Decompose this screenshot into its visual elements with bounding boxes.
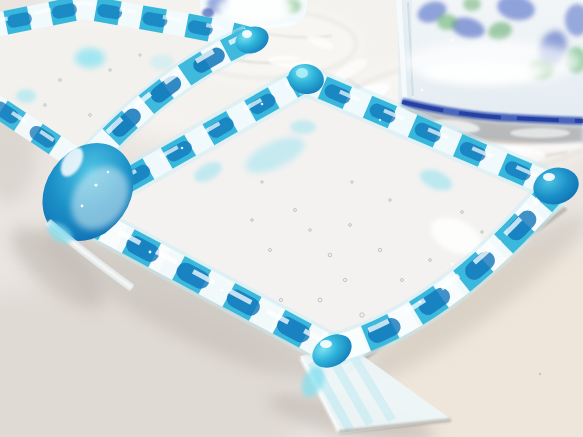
sparkle: [81, 205, 84, 208]
sparkle: [107, 171, 110, 174]
sparkle: [505, 69, 508, 72]
photo-canvas: [0, 0, 583, 437]
bottom-corner-glint: [320, 340, 332, 348]
top-corner-glint: [296, 68, 308, 78]
right-corner-glint: [543, 173, 555, 181]
tumbler-base-glint: [510, 128, 570, 138]
dust-speck: [539, 373, 541, 375]
aqua-glow: [16, 89, 36, 103]
aqua-glow: [75, 48, 105, 68]
sparkle: [451, 39, 454, 42]
sparkle: [94, 183, 97, 186]
corner-glint: [242, 30, 252, 38]
sparkle: [421, 89, 424, 92]
aqua-glow: [290, 120, 316, 134]
glass-dishes-photo: [0, 0, 583, 437]
tumbler-reflection-core: [422, 60, 542, 84]
